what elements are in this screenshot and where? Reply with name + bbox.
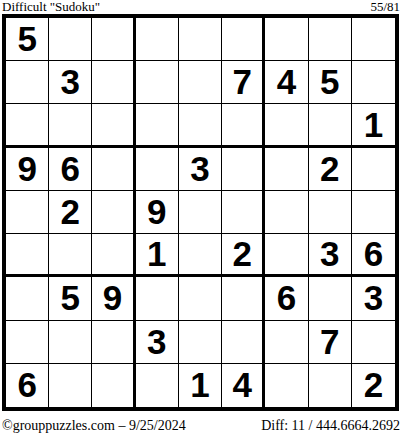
cell-r2c7: 4 (265, 61, 308, 104)
cell-r7c2: 5 (49, 277, 92, 320)
cell-r5c8 (309, 191, 352, 234)
cell-r7c3: 9 (92, 277, 135, 320)
cell-r7c1 (6, 277, 49, 320)
cell-r8c9 (352, 321, 395, 364)
cell-r9c4 (136, 364, 179, 407)
cell-r9c7 (265, 364, 308, 407)
cell-r4c1: 9 (6, 148, 49, 191)
cell-r2c3 (92, 61, 135, 104)
cell-r3c9: 1 (352, 104, 395, 147)
cell-r7c5 (179, 277, 222, 320)
cell-r4c6 (222, 148, 265, 191)
cell-r4c4 (136, 148, 179, 191)
cell-r2c6: 7 (222, 61, 265, 104)
empty-cell-counter: 55/81 (370, 0, 400, 13)
cell-r5c3 (92, 191, 135, 234)
cell-r1c5 (179, 18, 222, 61)
cell-r6c6: 2 (222, 234, 265, 277)
cell-r6c8: 3 (309, 234, 352, 277)
cell-r5c5 (179, 191, 222, 234)
cell-r8c8: 7 (309, 321, 352, 364)
cell-r8c6 (222, 321, 265, 364)
cell-r3c7 (265, 104, 308, 147)
cell-r8c4: 3 (136, 321, 179, 364)
cell-r1c8 (309, 18, 352, 61)
cell-r9c5: 1 (179, 364, 222, 407)
cell-r8c5 (179, 321, 222, 364)
cell-r5c4: 9 (136, 191, 179, 234)
footer: ©grouppuzzles.com – 9/25/2024 Diff: 11 /… (0, 418, 403, 433)
cell-r9c6: 4 (222, 364, 265, 407)
cell-r3c5 (179, 104, 222, 147)
cell-r5c7 (265, 191, 308, 234)
cell-r5c1 (6, 191, 49, 234)
cell-r2c4 (136, 61, 179, 104)
header: Difficult "Sudoku" 55/81 (0, 0, 403, 14)
cell-r1c3 (92, 18, 135, 61)
cell-r2c2: 3 (49, 61, 92, 104)
cell-r6c7 (265, 234, 308, 277)
cell-r7c7: 6 (265, 277, 308, 320)
cell-r9c3 (92, 364, 135, 407)
cell-r2c9 (352, 61, 395, 104)
cell-r7c6 (222, 277, 265, 320)
sudoku-board: 53745196322912365963376142 (2, 14, 399, 411)
cell-r6c9: 6 (352, 234, 395, 277)
cell-r8c3 (92, 321, 135, 364)
cell-r7c9: 3 (352, 277, 395, 320)
cell-r1c9 (352, 18, 395, 61)
cell-r2c1 (6, 61, 49, 104)
cell-r6c4: 1 (136, 234, 179, 277)
cell-r3c4 (136, 104, 179, 147)
difficulty-text: Diff: 11 / 444.6664.2692 (261, 418, 400, 433)
cell-r1c4 (136, 18, 179, 61)
cell-r4c3 (92, 148, 135, 191)
cell-r1c6 (222, 18, 265, 61)
cell-r1c7 (265, 18, 308, 61)
cell-r2c5 (179, 61, 222, 104)
cell-r1c1: 5 (6, 18, 49, 61)
puzzle-title: Difficult "Sudoku" (2, 0, 100, 13)
cell-r6c5 (179, 234, 222, 277)
cell-r9c2 (49, 364, 92, 407)
cell-r9c9: 2 (352, 364, 395, 407)
cell-r4c9 (352, 148, 395, 191)
cell-r7c4 (136, 277, 179, 320)
cell-r6c1 (6, 234, 49, 277)
cell-r7c8 (309, 277, 352, 320)
cell-r5c6 (222, 191, 265, 234)
puzzle-page: Difficult "Sudoku" 55/81 537451963229123… (0, 0, 403, 437)
cell-r5c2: 2 (49, 191, 92, 234)
cell-r5c9 (352, 191, 395, 234)
cell-r4c5: 3 (179, 148, 222, 191)
cell-r8c2 (49, 321, 92, 364)
cell-r9c1: 6 (6, 364, 49, 407)
cell-r3c6 (222, 104, 265, 147)
cell-r3c3 (92, 104, 135, 147)
cell-r4c7 (265, 148, 308, 191)
cell-r1c2 (49, 18, 92, 61)
cell-r3c1 (6, 104, 49, 147)
copyright-text: ©grouppuzzles.com – 9/25/2024 (2, 418, 186, 433)
cell-r8c1 (6, 321, 49, 364)
cell-r4c8: 2 (309, 148, 352, 191)
cell-r6c2 (49, 234, 92, 277)
cell-r3c8 (309, 104, 352, 147)
cell-r3c2 (49, 104, 92, 147)
cell-r4c2: 6 (49, 148, 92, 191)
cell-r8c7 (265, 321, 308, 364)
cell-r9c8 (309, 364, 352, 407)
cell-r6c3 (92, 234, 135, 277)
cell-r2c8: 5 (309, 61, 352, 104)
